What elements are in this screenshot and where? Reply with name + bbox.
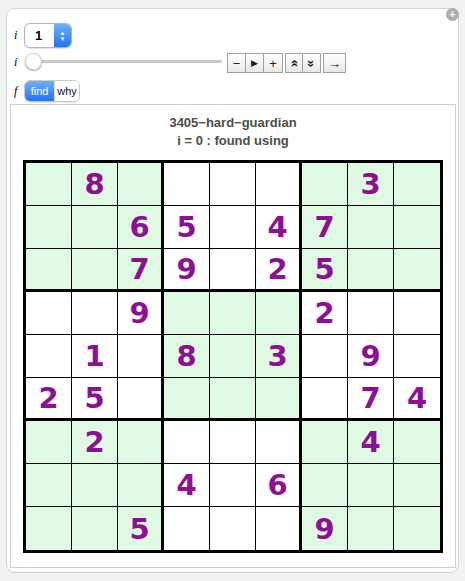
cell-r2c8 [348,206,394,249]
cell-r8c3 [118,464,164,507]
cell-r8c5 [210,464,256,507]
panel-titles: 3405−hard−guardian i = 0 : found using [11,114,455,150]
cell-r9c4 [164,507,210,550]
cell-r9c8 [348,507,394,550]
page: + i 1 ▲ ▼ i − ▶ + » » → [0,0,465,581]
cell-r3c1 [26,249,72,292]
cell-r4c8 [348,292,394,335]
cell-r5c6: 3 [256,335,302,378]
cell-r1c5 [210,163,256,206]
cell-r9c2 [72,507,118,550]
cell-r2c9 [394,206,440,249]
find-button[interactable]: find [25,81,54,101]
expand-button[interactable]: + [446,8,459,21]
slider-label: i [14,55,17,70]
cell-r3c2 [72,249,118,292]
slower-button[interactable]: » [303,54,320,72]
cell-r2c2 [72,206,118,249]
cell-r5c8: 9 [348,335,394,378]
toggler-label: f [14,84,17,99]
cell-r5c4: 8 [164,335,210,378]
cell-r8c4: 4 [164,464,210,507]
cell-r5c7 [302,335,348,378]
cell-r8c2 [72,464,118,507]
index-popup-menu[interactable]: 1 ▲ ▼ [24,23,72,48]
cell-r1c1 [26,163,72,206]
cell-r6c7 [302,378,348,421]
cell-r6c2: 5 [72,378,118,421]
cell-r4c9 [394,292,440,335]
chevrons-up-icon: » [286,59,301,66]
faster-button[interactable]: » [286,54,303,72]
cell-r7c1 [26,421,72,464]
stepper-down-icon: ▼ [60,36,66,42]
cell-r4c6 [256,292,302,335]
cell-r7c8: 4 [348,421,394,464]
sudoku-board: 83654779259218392574244659 [23,160,443,553]
cell-r1c7 [302,163,348,206]
chevrons-down-icon: » [304,59,319,66]
cell-r7c6 [256,421,302,464]
cell-r9c1 [26,507,72,550]
cell-r6c4 [164,378,210,421]
cell-r1c3 [118,163,164,206]
cell-r5c1 [26,335,72,378]
cell-r7c3 [118,421,164,464]
i-slider-thumb[interactable] [25,53,42,70]
minus-icon: − [233,56,241,71]
cell-r4c4 [164,292,210,335]
increment-button[interactable]: + [264,54,282,72]
cell-r1c8: 3 [348,163,394,206]
cell-r3c4: 9 [164,249,210,292]
cell-r3c6: 2 [256,249,302,292]
cell-r1c2: 8 [72,163,118,206]
popup-label: i [14,28,17,43]
cell-r3c9 [394,249,440,292]
play-pause-button[interactable]: ▶ [246,54,264,72]
cell-r3c8 [348,249,394,292]
cell-r8c6: 6 [256,464,302,507]
cell-r3c5 [210,249,256,292]
cell-r3c7: 5 [302,249,348,292]
cell-r2c3: 6 [118,206,164,249]
decrement-button[interactable]: − [228,54,246,72]
cell-r6c6 [256,378,302,421]
cell-r8c8 [348,464,394,507]
f-toggler: find why [24,80,80,102]
cell-r9c9 [394,507,440,550]
cell-r6c5 [210,378,256,421]
cell-r2c7: 7 [302,206,348,249]
cell-r5c3 [118,335,164,378]
cell-r2c1 [26,206,72,249]
cell-r6c8: 7 [348,378,394,421]
cell-r9c3: 5 [118,507,164,550]
cell-r2c5 [210,206,256,249]
puzzle-title: 3405−hard−guardian [11,114,455,132]
iteration-status: i = 0 : found using [11,132,455,150]
cell-r6c3 [118,378,164,421]
cell-r3c3: 7 [118,249,164,292]
why-button[interactable]: why [54,81,79,101]
cell-r2c6: 4 [256,206,302,249]
cell-r6c9: 4 [394,378,440,421]
cell-r1c6 [256,163,302,206]
popup-value: 1 [35,28,42,43]
cell-r1c9 [394,163,440,206]
right-arrow-icon: → [328,56,341,71]
direction-button[interactable]: → [324,54,345,72]
cell-r4c1 [26,292,72,335]
cell-r8c9 [394,464,440,507]
cell-r5c5 [210,335,256,378]
cell-r8c1 [26,464,72,507]
cell-r6c1: 2 [26,378,72,421]
cell-r2c4: 5 [164,206,210,249]
popup-stepper[interactable]: ▲ ▼ [54,24,71,47]
cell-r9c6 [256,507,302,550]
cell-r7c7 [302,421,348,464]
cell-r4c7: 2 [302,292,348,335]
plus-icon: + [449,8,455,20]
cell-r5c2: 1 [72,335,118,378]
cell-r4c2 [72,292,118,335]
cell-r5c9 [394,335,440,378]
cell-r9c7: 9 [302,507,348,550]
cell-r4c3: 9 [118,292,164,335]
cell-r4c5 [210,292,256,335]
i-slider-track[interactable] [27,60,222,63]
cell-r7c2: 2 [72,421,118,464]
cell-r7c9 [394,421,440,464]
cell-r7c5 [210,421,256,464]
play-icon: ▶ [251,58,258,68]
cell-r9c5 [210,507,256,550]
cell-r1c4 [164,163,210,206]
cell-r8c7 [302,464,348,507]
plus-step-icon: + [269,56,277,71]
cell-r7c4 [164,421,210,464]
